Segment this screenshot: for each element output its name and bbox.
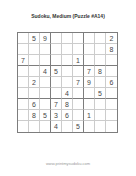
cell-r8c1[interactable]: [18, 110, 29, 121]
cell-r6c6[interactable]: [73, 88, 84, 99]
cell-r8c6[interactable]: [73, 110, 84, 121]
cell-r7c9[interactable]: [106, 99, 117, 110]
cell-r5c7: 9: [84, 77, 95, 88]
cell-r1c7[interactable]: [84, 33, 95, 44]
cell-r6c5: 4: [62, 88, 73, 99]
cell-r7c5: 8: [62, 99, 73, 110]
cell-r1c4[interactable]: [51, 33, 62, 44]
cell-r2c9: 8: [106, 44, 117, 55]
cell-r5c9: 6: [106, 77, 117, 88]
cell-r2c4[interactable]: [51, 44, 62, 55]
cell-r9c9[interactable]: [106, 121, 117, 132]
cell-r6c9[interactable]: [106, 88, 117, 99]
cell-r5c5[interactable]: [62, 77, 73, 88]
cell-r8c5: 6: [62, 110, 73, 121]
cell-r4c7: 7: [84, 66, 95, 77]
cell-r8c2: 8: [29, 110, 40, 121]
cell-r3c1: 7: [18, 55, 29, 66]
cell-r1c2: 5: [29, 33, 40, 44]
cell-r3c5[interactable]: [62, 55, 73, 66]
cell-r6c8: 5: [95, 88, 106, 99]
cell-r9c4: 4: [51, 121, 62, 132]
cell-r6c7[interactable]: [84, 88, 95, 99]
cell-r5c4[interactable]: [51, 77, 62, 88]
cell-r4c5[interactable]: [62, 66, 73, 77]
cell-r1c9: 2: [106, 33, 117, 44]
cell-r5c8[interactable]: [95, 77, 106, 88]
cell-r4c8: 8: [95, 66, 106, 77]
cell-r8c4: 3: [51, 110, 62, 121]
cell-r7c7[interactable]: [84, 99, 95, 110]
cell-r5c6: 7: [73, 77, 84, 88]
cell-r3c6: 1: [73, 55, 84, 66]
cell-r2c3[interactable]: [40, 44, 51, 55]
cell-r5c1[interactable]: [18, 77, 29, 88]
cell-r6c4[interactable]: [51, 88, 62, 99]
cell-r6c1[interactable]: [18, 88, 29, 99]
cell-r1c3: 9: [40, 33, 51, 44]
cell-r5c2: 2: [29, 77, 40, 88]
cell-r4c4: 5: [51, 66, 62, 77]
cell-r5c3[interactable]: [40, 77, 51, 88]
cell-r4c6[interactable]: [73, 66, 84, 77]
cell-r2c5[interactable]: [62, 44, 73, 55]
cell-r8c9[interactable]: [106, 110, 117, 121]
cell-r2c2[interactable]: [29, 44, 40, 55]
sudoku-sheet: Sudoku, Medium (Puzzle #A14) 59287145782…: [0, 0, 136, 176]
cell-r9c2[interactable]: [29, 121, 40, 132]
page-title: Sudoku, Medium (Puzzle #A14): [0, 13, 136, 19]
cell-r7c2: 6: [29, 99, 40, 110]
cell-r1c5[interactable]: [62, 33, 73, 44]
cell-r3c3[interactable]: [40, 55, 51, 66]
cell-r8c3: 5: [40, 110, 51, 121]
cell-r1c8[interactable]: [95, 33, 106, 44]
cell-r3c8[interactable]: [95, 55, 106, 66]
cell-r2c7[interactable]: [84, 44, 95, 55]
cell-r9c3[interactable]: [40, 121, 51, 132]
footer-url: www.printmysudoku.com: [0, 161, 136, 166]
sudoku-board: 59287145782796456788536145: [17, 32, 118, 133]
cell-r2c8[interactable]: [95, 44, 106, 55]
cell-r6c3[interactable]: [40, 88, 51, 99]
cell-r3c9[interactable]: [106, 55, 117, 66]
cell-r7c6[interactable]: [73, 99, 84, 110]
cell-r7c3[interactable]: [40, 99, 51, 110]
cell-r4c1[interactable]: [18, 66, 29, 77]
cell-r3c4[interactable]: [51, 55, 62, 66]
cell-r7c8[interactable]: [95, 99, 106, 110]
cell-r3c7[interactable]: [84, 55, 95, 66]
cell-r7c4: 7: [51, 99, 62, 110]
cell-r9c8[interactable]: [95, 121, 106, 132]
cell-r4c3: 4: [40, 66, 51, 77]
cell-r2c1[interactable]: [18, 44, 29, 55]
cell-r1c1[interactable]: [18, 33, 29, 44]
cell-r6c2[interactable]: [29, 88, 40, 99]
cell-r7c1[interactable]: [18, 99, 29, 110]
cell-r4c2[interactable]: [29, 66, 40, 77]
cell-r1c6[interactable]: [73, 33, 84, 44]
cell-r9c7[interactable]: [84, 121, 95, 132]
cell-r8c8[interactable]: [95, 110, 106, 121]
cell-r9c5[interactable]: [62, 121, 73, 132]
cell-r3c2[interactable]: [29, 55, 40, 66]
cell-r8c7: 1: [84, 110, 95, 121]
cell-r2c6[interactable]: [73, 44, 84, 55]
cell-r4c9[interactable]: [106, 66, 117, 77]
cell-r9c1[interactable]: [18, 121, 29, 132]
cell-r9c6: 5: [73, 121, 84, 132]
